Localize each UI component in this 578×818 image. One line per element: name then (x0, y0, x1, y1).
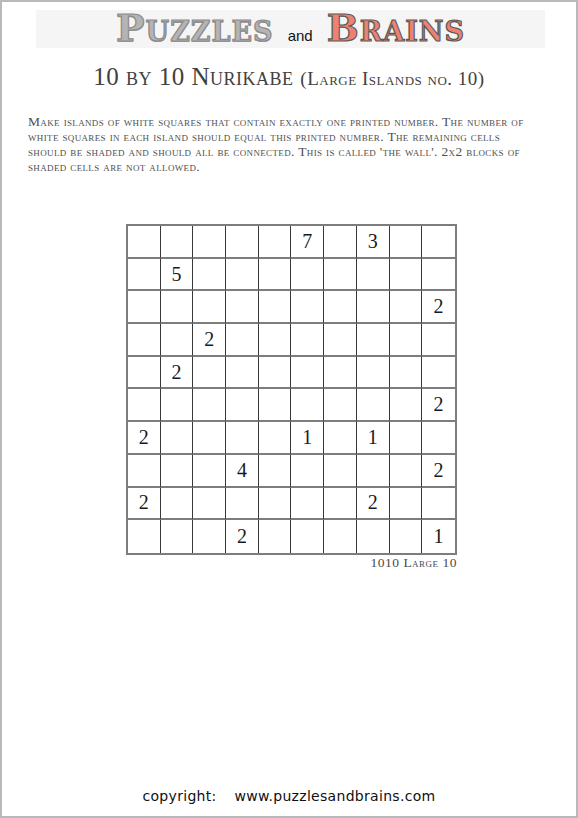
grid-cell-r2c3[interactable] (193, 259, 226, 292)
grid-cell-r8c5[interactable] (259, 455, 292, 488)
grid-cell-r1c4[interactable] (226, 226, 259, 259)
grid-cell-r6c2[interactable] (161, 389, 194, 422)
grid-cell-r2c5[interactable] (259, 259, 292, 292)
grid-cell-r5c2[interactable]: 2 (161, 357, 194, 390)
grid-cell-r2c2[interactable]: 5 (161, 259, 194, 292)
grid-cell-r4c10[interactable] (422, 324, 455, 357)
grid-cell-r2c7[interactable] (324, 259, 357, 292)
logo-and: and (288, 27, 313, 44)
grid-cell-r10c2[interactable] (161, 520, 194, 553)
grid-cell-r7c9[interactable] (390, 422, 423, 455)
grid-cell-r10c9[interactable] (390, 520, 423, 553)
logo-brains: Brains (327, 9, 465, 47)
puzzle-caption: 1010 Large 10 (126, 555, 457, 571)
page-title-sub: (Large Islands no. 10) (300, 68, 484, 89)
grid-cell-r7c5[interactable] (259, 422, 292, 455)
grid-cell-r1c9[interactable] (390, 226, 423, 259)
grid-cell-r4c5[interactable] (259, 324, 292, 357)
grid-cell-r8c6[interactable] (291, 455, 324, 488)
grid-cell-r1c3[interactable] (193, 226, 226, 259)
grid-cell-r9c10[interactable] (422, 488, 455, 521)
grid-cell-r1c1[interactable] (128, 226, 161, 259)
grid-cell-r9c6[interactable] (291, 488, 324, 521)
logo-puzzles: Puzzles (116, 9, 274, 47)
logo-band: Puzzles and Brains (36, 10, 545, 48)
grid-cell-r8c9[interactable] (390, 455, 423, 488)
footer: copyright: www.puzzlesandbrains.com (0, 788, 578, 804)
grid-cell-r6c8[interactable] (357, 389, 390, 422)
page-title-main: 10 by 10 Nurikabe (93, 63, 300, 90)
grid-cell-r7c2[interactable] (161, 422, 194, 455)
grid-cell-r6c1[interactable] (128, 389, 161, 422)
grid-cell-r5c5[interactable] (259, 357, 292, 390)
instructions-text: Make islands of white squares that conta… (28, 114, 528, 174)
grid-cell-r10c5[interactable] (259, 520, 292, 553)
grid-cell-r1c6[interactable]: 7 (291, 226, 324, 259)
grid-cell-r6c9[interactable] (390, 389, 423, 422)
grid-cell-r1c7[interactable] (324, 226, 357, 259)
grid-cell-r4c8[interactable] (357, 324, 390, 357)
grid-cell-r4c3[interactable]: 2 (193, 324, 226, 357)
grid-cell-r10c4[interactable]: 2 (226, 520, 259, 553)
grid-cell-r7c3[interactable] (193, 422, 226, 455)
grid-cell-r9c2[interactable] (161, 488, 194, 521)
grid-cell-r4c4[interactable] (226, 324, 259, 357)
grid-cell-r3c5[interactable] (259, 291, 292, 324)
grid-cell-r4c9[interactable] (390, 324, 423, 357)
grid-cell-r4c6[interactable] (291, 324, 324, 357)
grid-cell-r6c5[interactable] (259, 389, 292, 422)
grid-cell-r1c10[interactable] (422, 226, 455, 259)
grid-cell-r7c6[interactable]: 1 (291, 422, 324, 455)
grid-cell-r10c6[interactable] (291, 520, 324, 553)
grid-cell-r6c7[interactable] (324, 389, 357, 422)
grid-cell-r8c1[interactable] (128, 455, 161, 488)
nurikabe-grid: 7352222211422221 (126, 224, 457, 555)
grid-cell-r9c4[interactable] (226, 488, 259, 521)
grid-cell-r2c6[interactable] (291, 259, 324, 292)
grid-cell-r5c4[interactable] (226, 357, 259, 390)
grid-cell-r3c2[interactable] (161, 291, 194, 324)
grid-cell-r3c4[interactable] (226, 291, 259, 324)
grid-cell-r7c8[interactable]: 1 (357, 422, 390, 455)
grid-cell-r5c9[interactable] (390, 357, 423, 390)
grid-cell-r2c9[interactable] (390, 259, 423, 292)
grid-cell-r8c7[interactable] (324, 455, 357, 488)
grid-cell-r5c6[interactable] (291, 357, 324, 390)
grid-cell-r10c10[interactable]: 1 (422, 520, 455, 553)
grid-cell-r8c2[interactable] (161, 455, 194, 488)
grid-cell-r9c9[interactable] (390, 488, 423, 521)
grid-cell-r3c6[interactable] (291, 291, 324, 324)
grid-cell-r7c4[interactable] (226, 422, 259, 455)
grid-cell-r6c4[interactable] (226, 389, 259, 422)
grid-cell-r7c10[interactable] (422, 422, 455, 455)
grid-cell-r6c6[interactable] (291, 389, 324, 422)
grid-cell-r7c7[interactable] (324, 422, 357, 455)
grid-cell-r6c3[interactable] (193, 389, 226, 422)
grid-cell-r10c1[interactable] (128, 520, 161, 553)
grid-cell-r9c7[interactable] (324, 488, 357, 521)
grid-cell-r2c8[interactable] (357, 259, 390, 292)
grid-cell-r1c8[interactable]: 3 (357, 226, 390, 259)
grid-cell-r9c1[interactable]: 2 (128, 488, 161, 521)
grid-cell-r2c10[interactable] (422, 259, 455, 292)
grid-cell-r3c3[interactable] (193, 291, 226, 324)
grid-cell-r5c10[interactable] (422, 357, 455, 390)
grid-cell-r3c8[interactable] (357, 291, 390, 324)
grid-cell-r10c8[interactable] (357, 520, 390, 553)
grid-cell-r5c7[interactable] (324, 357, 357, 390)
grid-cell-r10c3[interactable] (193, 520, 226, 553)
grid-cell-r3c10[interactable]: 2 (422, 291, 455, 324)
grid-cell-r4c2[interactable] (161, 324, 194, 357)
grid-cell-r8c4[interactable]: 4 (226, 455, 259, 488)
grid-cell-r4c1[interactable] (128, 324, 161, 357)
grid-cell-r10c7[interactable] (324, 520, 357, 553)
copyright-label: copyright: (143, 788, 217, 804)
website-url: www.puzzlesandbrains.com (235, 788, 436, 804)
grid-cell-r8c10[interactable]: 2 (422, 455, 455, 488)
grid-cell-r7c1[interactable]: 2 (128, 422, 161, 455)
grid-cell-r1c5[interactable] (259, 226, 292, 259)
grid-cell-r5c8[interactable] (357, 357, 390, 390)
grid-cell-r8c8[interactable] (357, 455, 390, 488)
grid-cell-r6c10[interactable]: 2 (422, 389, 455, 422)
grid-cell-r9c8[interactable]: 2 (357, 488, 390, 521)
grid-cell-r9c5[interactable] (259, 488, 292, 521)
grid-cell-r2c1[interactable] (128, 259, 161, 292)
grid-cell-r2c4[interactable] (226, 259, 259, 292)
grid-cell-r9c3[interactable] (193, 488, 226, 521)
grid-cell-r3c7[interactable] (324, 291, 357, 324)
grid-cell-r4c7[interactable] (324, 324, 357, 357)
page-title: 10 by 10 Nurikabe (Large Islands no. 10) (0, 63, 578, 91)
grid-cell-r3c9[interactable] (390, 291, 423, 324)
grid-cell-r1c2[interactable] (161, 226, 194, 259)
grid-cell-r5c3[interactable] (193, 357, 226, 390)
grid-cell-r8c3[interactable] (193, 455, 226, 488)
grid-cell-r5c1[interactable] (128, 357, 161, 390)
grid-cell-r3c1[interactable] (128, 291, 161, 324)
